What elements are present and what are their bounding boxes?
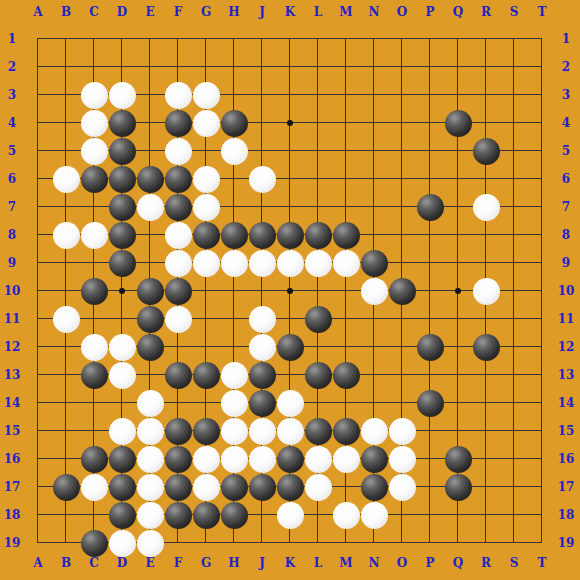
intersection-f17[interactable]: [164, 473, 192, 501]
intersection-b11[interactable]: [52, 305, 80, 333]
intersection-q9[interactable]: [444, 249, 472, 277]
intersection-f15[interactable]: [164, 417, 192, 445]
intersection-k8[interactable]: [276, 221, 304, 249]
intersection-r9[interactable]: [472, 249, 500, 277]
intersection-l1[interactable]: [304, 25, 332, 53]
intersection-p19[interactable]: [416, 529, 444, 557]
intersection-r8[interactable]: [472, 221, 500, 249]
intersection-t2[interactable]: [528, 53, 556, 81]
intersection-a3[interactable]: [24, 81, 52, 109]
intersection-h16[interactable]: [220, 445, 248, 473]
intersection-g13[interactable]: [192, 361, 220, 389]
intersection-r5[interactable]: [472, 137, 500, 165]
intersection-n6[interactable]: [360, 165, 388, 193]
intersection-k16[interactable]: [276, 445, 304, 473]
intersection-d6[interactable]: [108, 165, 136, 193]
intersection-m2[interactable]: [332, 53, 360, 81]
intersection-d13[interactable]: [108, 361, 136, 389]
intersection-m17[interactable]: [332, 473, 360, 501]
intersection-l12[interactable]: [304, 333, 332, 361]
intersection-h18[interactable]: [220, 501, 248, 529]
intersection-m1[interactable]: [332, 25, 360, 53]
intersection-n18[interactable]: [360, 501, 388, 529]
intersection-h8[interactable]: [220, 221, 248, 249]
intersection-e10[interactable]: [136, 277, 164, 305]
intersection-o13[interactable]: [388, 361, 416, 389]
intersection-c7[interactable]: [80, 193, 108, 221]
intersection-h12[interactable]: [220, 333, 248, 361]
intersection-s10[interactable]: [500, 277, 528, 305]
intersection-j3[interactable]: [248, 81, 276, 109]
intersection-p2[interactable]: [416, 53, 444, 81]
intersection-p9[interactable]: [416, 249, 444, 277]
intersection-h15[interactable]: [220, 417, 248, 445]
intersection-s17[interactable]: [500, 473, 528, 501]
intersection-l5[interactable]: [304, 137, 332, 165]
intersection-b15[interactable]: [52, 417, 80, 445]
intersection-c10[interactable]: [80, 277, 108, 305]
intersection-g11[interactable]: [192, 305, 220, 333]
intersection-r10[interactable]: [472, 277, 500, 305]
intersection-a16[interactable]: [24, 445, 52, 473]
intersection-e3[interactable]: [136, 81, 164, 109]
intersection-k14[interactable]: [276, 389, 304, 417]
intersection-c6[interactable]: [80, 165, 108, 193]
intersection-o17[interactable]: [388, 473, 416, 501]
intersection-m18[interactable]: [332, 501, 360, 529]
intersection-d15[interactable]: [108, 417, 136, 445]
intersection-n12[interactable]: [360, 333, 388, 361]
intersection-c3[interactable]: [80, 81, 108, 109]
intersection-g12[interactable]: [192, 333, 220, 361]
intersection-d4[interactable]: [108, 109, 136, 137]
intersection-s4[interactable]: [500, 109, 528, 137]
intersection-d3[interactable]: [108, 81, 136, 109]
intersection-e14[interactable]: [136, 389, 164, 417]
intersection-n11[interactable]: [360, 305, 388, 333]
intersection-n16[interactable]: [360, 445, 388, 473]
intersection-g6[interactable]: [192, 165, 220, 193]
intersection-f11[interactable]: [164, 305, 192, 333]
intersection-n13[interactable]: [360, 361, 388, 389]
intersection-s18[interactable]: [500, 501, 528, 529]
intersection-b14[interactable]: [52, 389, 80, 417]
intersection-b1[interactable]: [52, 25, 80, 53]
intersection-p4[interactable]: [416, 109, 444, 137]
intersection-r7[interactable]: [472, 193, 500, 221]
intersection-m3[interactable]: [332, 81, 360, 109]
intersection-d16[interactable]: [108, 445, 136, 473]
intersection-b3[interactable]: [52, 81, 80, 109]
intersection-j8[interactable]: [248, 221, 276, 249]
intersection-a8[interactable]: [24, 221, 52, 249]
intersection-d2[interactable]: [108, 53, 136, 81]
intersection-k9[interactable]: [276, 249, 304, 277]
intersection-g16[interactable]: [192, 445, 220, 473]
intersection-t12[interactable]: [528, 333, 556, 361]
intersection-h19[interactable]: [220, 529, 248, 557]
intersection-t18[interactable]: [528, 501, 556, 529]
intersection-g9[interactable]: [192, 249, 220, 277]
intersection-g2[interactable]: [192, 53, 220, 81]
intersection-a4[interactable]: [24, 109, 52, 137]
intersection-t19[interactable]: [528, 529, 556, 557]
intersection-h6[interactable]: [220, 165, 248, 193]
intersection-b19[interactable]: [52, 529, 80, 557]
intersection-l16[interactable]: [304, 445, 332, 473]
intersection-f2[interactable]: [164, 53, 192, 81]
intersection-r17[interactable]: [472, 473, 500, 501]
intersection-e6[interactable]: [136, 165, 164, 193]
intersection-k6[interactable]: [276, 165, 304, 193]
intersection-g5[interactable]: [192, 137, 220, 165]
intersection-g3[interactable]: [192, 81, 220, 109]
intersection-e1[interactable]: [136, 25, 164, 53]
intersection-a14[interactable]: [24, 389, 52, 417]
intersection-a9[interactable]: [24, 249, 52, 277]
intersection-l8[interactable]: [304, 221, 332, 249]
intersection-t10[interactable]: [528, 277, 556, 305]
intersection-p3[interactable]: [416, 81, 444, 109]
intersection-o11[interactable]: [388, 305, 416, 333]
intersection-e2[interactable]: [136, 53, 164, 81]
intersection-t7[interactable]: [528, 193, 556, 221]
intersection-q10[interactable]: [444, 277, 472, 305]
intersection-j13[interactable]: [248, 361, 276, 389]
intersection-j10[interactable]: [248, 277, 276, 305]
intersection-k1[interactable]: [276, 25, 304, 53]
intersection-f6[interactable]: [164, 165, 192, 193]
intersection-m12[interactable]: [332, 333, 360, 361]
intersection-f5[interactable]: [164, 137, 192, 165]
intersection-o18[interactable]: [388, 501, 416, 529]
intersection-l17[interactable]: [304, 473, 332, 501]
intersection-p18[interactable]: [416, 501, 444, 529]
intersection-q4[interactable]: [444, 109, 472, 137]
intersection-n17[interactable]: [360, 473, 388, 501]
intersection-t4[interactable]: [528, 109, 556, 137]
intersection-a12[interactable]: [24, 333, 52, 361]
intersection-k5[interactable]: [276, 137, 304, 165]
intersection-p6[interactable]: [416, 165, 444, 193]
intersection-s7[interactable]: [500, 193, 528, 221]
intersection-b8[interactable]: [52, 221, 80, 249]
intersection-h11[interactable]: [220, 305, 248, 333]
intersection-q2[interactable]: [444, 53, 472, 81]
intersection-t9[interactable]: [528, 249, 556, 277]
intersection-m4[interactable]: [332, 109, 360, 137]
intersection-a6[interactable]: [24, 165, 52, 193]
intersection-a18[interactable]: [24, 501, 52, 529]
intersection-c2[interactable]: [80, 53, 108, 81]
intersection-t8[interactable]: [528, 221, 556, 249]
intersection-j17[interactable]: [248, 473, 276, 501]
intersection-d12[interactable]: [108, 333, 136, 361]
intersection-p1[interactable]: [416, 25, 444, 53]
intersection-l10[interactable]: [304, 277, 332, 305]
intersection-h17[interactable]: [220, 473, 248, 501]
intersection-n19[interactable]: [360, 529, 388, 557]
intersection-m8[interactable]: [332, 221, 360, 249]
intersection-s2[interactable]: [500, 53, 528, 81]
intersection-q8[interactable]: [444, 221, 472, 249]
intersection-e12[interactable]: [136, 333, 164, 361]
intersection-m11[interactable]: [332, 305, 360, 333]
intersection-d14[interactable]: [108, 389, 136, 417]
intersection-f14[interactable]: [164, 389, 192, 417]
intersection-s12[interactable]: [500, 333, 528, 361]
intersection-r14[interactable]: [472, 389, 500, 417]
intersection-n5[interactable]: [360, 137, 388, 165]
intersection-o5[interactable]: [388, 137, 416, 165]
intersection-s19[interactable]: [500, 529, 528, 557]
intersection-k10[interactable]: [276, 277, 304, 305]
intersection-q17[interactable]: [444, 473, 472, 501]
intersection-l3[interactable]: [304, 81, 332, 109]
intersection-m15[interactable]: [332, 417, 360, 445]
intersection-q1[interactable]: [444, 25, 472, 53]
intersection-g4[interactable]: [192, 109, 220, 137]
intersection-a5[interactable]: [24, 137, 52, 165]
intersection-n14[interactable]: [360, 389, 388, 417]
intersection-e15[interactable]: [136, 417, 164, 445]
intersection-b17[interactable]: [52, 473, 80, 501]
intersection-c12[interactable]: [80, 333, 108, 361]
intersection-p8[interactable]: [416, 221, 444, 249]
intersection-l7[interactable]: [304, 193, 332, 221]
intersection-l13[interactable]: [304, 361, 332, 389]
intersection-a11[interactable]: [24, 305, 52, 333]
intersection-b7[interactable]: [52, 193, 80, 221]
intersection-j6[interactable]: [248, 165, 276, 193]
intersection-p13[interactable]: [416, 361, 444, 389]
intersection-o15[interactable]: [388, 417, 416, 445]
intersection-e19[interactable]: [136, 529, 164, 557]
intersection-o2[interactable]: [388, 53, 416, 81]
intersection-h14[interactable]: [220, 389, 248, 417]
intersection-d11[interactable]: [108, 305, 136, 333]
intersection-n7[interactable]: [360, 193, 388, 221]
intersection-h10[interactable]: [220, 277, 248, 305]
intersection-n3[interactable]: [360, 81, 388, 109]
intersection-n9[interactable]: [360, 249, 388, 277]
intersection-j7[interactable]: [248, 193, 276, 221]
intersection-g18[interactable]: [192, 501, 220, 529]
intersection-e7[interactable]: [136, 193, 164, 221]
intersection-f9[interactable]: [164, 249, 192, 277]
intersection-o7[interactable]: [388, 193, 416, 221]
intersection-q16[interactable]: [444, 445, 472, 473]
intersection-o6[interactable]: [388, 165, 416, 193]
intersection-g1[interactable]: [192, 25, 220, 53]
intersection-b13[interactable]: [52, 361, 80, 389]
intersection-j9[interactable]: [248, 249, 276, 277]
intersection-q12[interactable]: [444, 333, 472, 361]
intersection-f18[interactable]: [164, 501, 192, 529]
intersection-t14[interactable]: [528, 389, 556, 417]
intersection-t16[interactable]: [528, 445, 556, 473]
intersection-r6[interactable]: [472, 165, 500, 193]
intersection-r18[interactable]: [472, 501, 500, 529]
intersection-t11[interactable]: [528, 305, 556, 333]
intersection-m16[interactable]: [332, 445, 360, 473]
intersection-l15[interactable]: [304, 417, 332, 445]
intersection-k19[interactable]: [276, 529, 304, 557]
intersection-p7[interactable]: [416, 193, 444, 221]
intersection-r1[interactable]: [472, 25, 500, 53]
intersection-m6[interactable]: [332, 165, 360, 193]
intersection-m7[interactable]: [332, 193, 360, 221]
intersection-c5[interactable]: [80, 137, 108, 165]
intersection-c19[interactable]: [80, 529, 108, 557]
intersection-d1[interactable]: [108, 25, 136, 53]
intersection-s3[interactable]: [500, 81, 528, 109]
intersection-a15[interactable]: [24, 417, 52, 445]
intersection-a10[interactable]: [24, 277, 52, 305]
intersection-s13[interactable]: [500, 361, 528, 389]
intersection-m19[interactable]: [332, 529, 360, 557]
intersection-t5[interactable]: [528, 137, 556, 165]
intersection-d5[interactable]: [108, 137, 136, 165]
intersection-g7[interactable]: [192, 193, 220, 221]
intersection-s11[interactable]: [500, 305, 528, 333]
intersection-n4[interactable]: [360, 109, 388, 137]
intersection-g8[interactable]: [192, 221, 220, 249]
intersection-j19[interactable]: [248, 529, 276, 557]
intersection-e9[interactable]: [136, 249, 164, 277]
intersection-e17[interactable]: [136, 473, 164, 501]
intersection-s5[interactable]: [500, 137, 528, 165]
intersection-k2[interactable]: [276, 53, 304, 81]
intersection-r3[interactable]: [472, 81, 500, 109]
intersection-s8[interactable]: [500, 221, 528, 249]
intersection-g17[interactable]: [192, 473, 220, 501]
intersection-k7[interactable]: [276, 193, 304, 221]
intersection-f8[interactable]: [164, 221, 192, 249]
intersection-a7[interactable]: [24, 193, 52, 221]
intersection-n8[interactable]: [360, 221, 388, 249]
intersection-p16[interactable]: [416, 445, 444, 473]
intersection-p12[interactable]: [416, 333, 444, 361]
intersection-f12[interactable]: [164, 333, 192, 361]
intersection-j5[interactable]: [248, 137, 276, 165]
intersection-b18[interactable]: [52, 501, 80, 529]
intersection-c16[interactable]: [80, 445, 108, 473]
intersection-o4[interactable]: [388, 109, 416, 137]
intersection-n15[interactable]: [360, 417, 388, 445]
intersection-p15[interactable]: [416, 417, 444, 445]
intersection-b5[interactable]: [52, 137, 80, 165]
intersection-p17[interactable]: [416, 473, 444, 501]
intersection-g15[interactable]: [192, 417, 220, 445]
intersection-m13[interactable]: [332, 361, 360, 389]
intersection-b12[interactable]: [52, 333, 80, 361]
intersection-r2[interactable]: [472, 53, 500, 81]
intersection-q11[interactable]: [444, 305, 472, 333]
intersection-h2[interactable]: [220, 53, 248, 81]
intersection-d8[interactable]: [108, 221, 136, 249]
intersection-c1[interactable]: [80, 25, 108, 53]
intersection-l4[interactable]: [304, 109, 332, 137]
intersection-p11[interactable]: [416, 305, 444, 333]
intersection-c14[interactable]: [80, 389, 108, 417]
intersection-r13[interactable]: [472, 361, 500, 389]
intersection-s16[interactable]: [500, 445, 528, 473]
intersection-e16[interactable]: [136, 445, 164, 473]
intersection-k13[interactable]: [276, 361, 304, 389]
intersection-b16[interactable]: [52, 445, 80, 473]
intersection-f3[interactable]: [164, 81, 192, 109]
intersection-g14[interactable]: [192, 389, 220, 417]
intersection-l18[interactable]: [304, 501, 332, 529]
intersection-s1[interactable]: [500, 25, 528, 53]
intersection-c15[interactable]: [80, 417, 108, 445]
intersection-h5[interactable]: [220, 137, 248, 165]
intersection-k18[interactable]: [276, 501, 304, 529]
intersection-a13[interactable]: [24, 361, 52, 389]
intersection-d18[interactable]: [108, 501, 136, 529]
intersection-b9[interactable]: [52, 249, 80, 277]
intersection-q19[interactable]: [444, 529, 472, 557]
intersection-f19[interactable]: [164, 529, 192, 557]
intersection-r4[interactable]: [472, 109, 500, 137]
intersection-b4[interactable]: [52, 109, 80, 137]
intersection-d7[interactable]: [108, 193, 136, 221]
intersection-o12[interactable]: [388, 333, 416, 361]
intersection-h4[interactable]: [220, 109, 248, 137]
intersection-a2[interactable]: [24, 53, 52, 81]
intersection-o8[interactable]: [388, 221, 416, 249]
intersection-h3[interactable]: [220, 81, 248, 109]
intersection-c11[interactable]: [80, 305, 108, 333]
intersection-f16[interactable]: [164, 445, 192, 473]
intersection-d10[interactable]: [108, 277, 136, 305]
intersection-o10[interactable]: [388, 277, 416, 305]
intersection-d19[interactable]: [108, 529, 136, 557]
intersection-c8[interactable]: [80, 221, 108, 249]
intersection-m9[interactable]: [332, 249, 360, 277]
intersection-f10[interactable]: [164, 277, 192, 305]
intersection-n2[interactable]: [360, 53, 388, 81]
intersection-l11[interactable]: [304, 305, 332, 333]
intersection-q18[interactable]: [444, 501, 472, 529]
intersection-o19[interactable]: [388, 529, 416, 557]
intersection-f13[interactable]: [164, 361, 192, 389]
intersection-q13[interactable]: [444, 361, 472, 389]
intersection-e5[interactable]: [136, 137, 164, 165]
intersection-n1[interactable]: [360, 25, 388, 53]
intersection-o1[interactable]: [388, 25, 416, 53]
intersection-j4[interactable]: [248, 109, 276, 137]
intersection-r19[interactable]: [472, 529, 500, 557]
intersection-f1[interactable]: [164, 25, 192, 53]
intersection-d17[interactable]: [108, 473, 136, 501]
intersection-k15[interactable]: [276, 417, 304, 445]
intersection-t13[interactable]: [528, 361, 556, 389]
intersection-c18[interactable]: [80, 501, 108, 529]
intersection-r15[interactable]: [472, 417, 500, 445]
intersection-p5[interactable]: [416, 137, 444, 165]
intersection-s14[interactable]: [500, 389, 528, 417]
intersection-p14[interactable]: [416, 389, 444, 417]
intersection-t17[interactable]: [528, 473, 556, 501]
intersection-e4[interactable]: [136, 109, 164, 137]
intersection-j2[interactable]: [248, 53, 276, 81]
intersection-e18[interactable]: [136, 501, 164, 529]
intersection-q15[interactable]: [444, 417, 472, 445]
intersection-l14[interactable]: [304, 389, 332, 417]
intersection-m14[interactable]: [332, 389, 360, 417]
